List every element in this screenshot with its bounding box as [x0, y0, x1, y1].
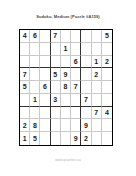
cell-r3c3: [40, 56, 50, 69]
page-header: Sudoku, Medium (Puzzle #A159): [9, 12, 127, 19]
cell-r4c7: [81, 68, 91, 81]
cell-r1c4: 7: [51, 30, 61, 43]
cell-r4c2: [30, 68, 40, 81]
cell-r3c1: [20, 56, 30, 69]
cell-r2c5: 1: [61, 43, 71, 56]
cell-r1c8: [92, 30, 102, 43]
cell-r8c4: [51, 119, 61, 132]
cell-r4c3: [40, 68, 50, 81]
cell-r5c1: 5: [20, 81, 30, 94]
cell-r4c9: [102, 68, 112, 81]
cell-r7c7: [81, 107, 91, 120]
cell-r7c2: [30, 107, 40, 120]
cell-r8c3: [40, 119, 50, 132]
cell-r8c2: 8: [30, 119, 40, 132]
cell-r9c4: [51, 132, 61, 145]
page-title: Sudoku, Medium (Puzzle #A159): [36, 14, 99, 18]
cell-r3c4: [51, 56, 61, 69]
cell-r5c9: [102, 81, 112, 94]
cell-r3c6: 6: [71, 56, 81, 69]
cell-r7c1: [20, 107, 30, 120]
cell-r9c7: 2: [81, 132, 91, 145]
cell-r7c8: 7: [92, 107, 102, 120]
cell-r6c3: [40, 94, 50, 107]
cell-r2c1: [20, 43, 30, 56]
cell-r1c2: 6: [30, 30, 40, 43]
cell-r3c8: 1: [92, 56, 102, 69]
cell-r4c4: 5: [51, 68, 61, 81]
cell-r2c2: [30, 43, 40, 56]
sudoku-grid: 4675161275925687137742891592: [19, 29, 113, 146]
cell-r8c8: [92, 119, 102, 132]
cell-r1c3: [40, 30, 50, 43]
cell-r7c6: [71, 107, 81, 120]
cell-r7c9: 4: [102, 107, 112, 120]
cell-r8c1: 2: [20, 119, 30, 132]
cell-r2c8: [92, 43, 102, 56]
cell-r8c5: [61, 119, 71, 132]
cell-r5c6: 7: [71, 81, 81, 94]
cell-r6c1: [20, 94, 30, 107]
cell-r1c1: 4: [20, 30, 30, 43]
cell-r5c2: [30, 81, 40, 94]
cell-r8c7: 9: [81, 119, 91, 132]
cell-r5c8: [92, 81, 102, 94]
cell-r9c3: [40, 132, 50, 145]
cell-r5c3: 6: [40, 81, 50, 94]
footer-url: www.puzzles.ca: [55, 157, 81, 161]
cell-r7c3: [40, 107, 50, 120]
cell-r1c5: [61, 30, 71, 43]
cell-r2c6: [71, 43, 81, 56]
cell-r2c7: [81, 43, 91, 56]
cell-r9c6: 9: [71, 132, 81, 145]
cell-r4c1: 7: [20, 68, 30, 81]
cell-r3c5: [61, 56, 71, 69]
cell-r4c5: 9: [61, 68, 71, 81]
cell-r7c5: [61, 107, 71, 120]
cell-r4c8: 2: [92, 68, 102, 81]
cell-r6c5: [61, 94, 71, 107]
cell-r1c7: [81, 30, 91, 43]
cell-r2c9: [102, 43, 112, 56]
cell-r7c4: [51, 107, 61, 120]
cell-r9c1: 1: [20, 132, 30, 145]
cell-r6c2: 1: [30, 94, 40, 107]
cell-r5c4: [51, 81, 61, 94]
cell-r3c9: 2: [102, 56, 112, 69]
cell-r8c6: [71, 119, 81, 132]
cell-r9c9: [102, 132, 112, 145]
cell-r1c6: [71, 30, 81, 43]
cell-r9c5: [61, 132, 71, 145]
cell-r6c7: 7: [81, 94, 91, 107]
cell-r5c5: 8: [61, 81, 71, 94]
cell-r1c9: 5: [102, 30, 112, 43]
cell-r3c2: [30, 56, 40, 69]
cell-r2c4: [51, 43, 61, 56]
cell-r6c8: [92, 94, 102, 107]
page-footer: www.puzzles.ca: [9, 155, 127, 162]
cell-r3c7: [81, 56, 91, 69]
cell-r5c7: [81, 81, 91, 94]
cell-r9c8: [92, 132, 102, 145]
cell-r4c6: [71, 68, 81, 81]
cell-r6c9: [102, 94, 112, 107]
cell-r8c9: [102, 119, 112, 132]
cell-r6c6: [71, 94, 81, 107]
cell-r6c4: 3: [51, 94, 61, 107]
cell-r2c3: [40, 43, 50, 56]
cell-r9c2: 5: [30, 132, 40, 145]
